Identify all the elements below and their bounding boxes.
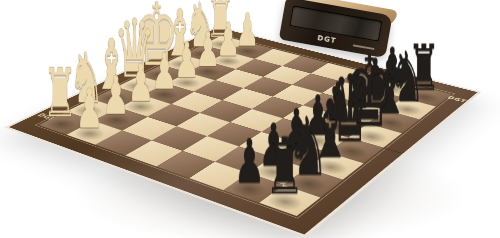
product-photo-stage: DGT DGT DGT ♜♟♟♜♞♟♟♞♝♟♟♝♚♟♟♚♛♟♟♛♝♟♟♝♞♟♟♞… [0, 0, 500, 238]
clock-brand-logo: DGT [317, 35, 337, 45]
piece-black-rook: ♜ [264, 126, 304, 204]
piece-white-pawn: ♟ [127, 56, 154, 108]
piece-white-pawn: ♟ [102, 68, 129, 121]
square-c3 [147, 104, 200, 126]
square-b3 [122, 117, 177, 141]
piece-white-pawn: ♟ [151, 45, 177, 95]
piece-white-pawn: ♟ [174, 35, 199, 84]
piece-black-pawn: ♟ [234, 130, 265, 191]
square-a8: ♜ [259, 185, 320, 216]
piece-white-rook: ♜ [43, 59, 78, 126]
board-dgt-logo-right: DGT [446, 96, 467, 103]
piece-white-pawn: ♟ [75, 80, 103, 135]
